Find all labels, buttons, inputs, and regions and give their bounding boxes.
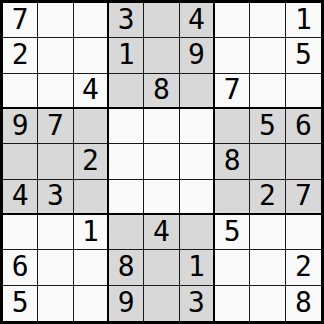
cell-r7c6[interactable] [180, 215, 215, 250]
cell-r7c5[interactable]: 4 [144, 215, 179, 250]
cell-r3c5[interactable]: 8 [144, 74, 179, 109]
cell-r9c6[interactable]: 3 [180, 286, 215, 321]
cell-r1c5[interactable] [144, 3, 179, 38]
cell-r7c8[interactable] [250, 215, 285, 250]
cell-r8c5[interactable] [144, 250, 179, 285]
cell-r5c5[interactable] [144, 144, 179, 179]
cell-r6c9[interactable]: 7 [286, 180, 321, 215]
cell-r5c6[interactable] [180, 144, 215, 179]
cell-r8c9[interactable]: 2 [286, 250, 321, 285]
cell-r5c4[interactable] [109, 144, 144, 179]
cell-r9c9[interactable]: 8 [286, 286, 321, 321]
cell-r4c3[interactable] [74, 109, 109, 144]
cell-r6c5[interactable] [144, 180, 179, 215]
cell-r3c6[interactable] [180, 74, 215, 109]
cell-r9c7[interactable] [215, 286, 250, 321]
cell-r4c6[interactable] [180, 109, 215, 144]
cell-r1c6[interactable]: 4 [180, 3, 215, 38]
cell-r8c1[interactable]: 6 [3, 250, 38, 285]
cell-r5c2[interactable] [38, 144, 73, 179]
cell-r4c4[interactable] [109, 109, 144, 144]
cell-r1c1[interactable]: 7 [3, 3, 38, 38]
cell-r7c3[interactable]: 1 [74, 215, 109, 250]
cell-r6c6[interactable] [180, 180, 215, 215]
cell-r1c7[interactable] [215, 3, 250, 38]
cell-r1c2[interactable] [38, 3, 73, 38]
cell-r9c2[interactable] [38, 286, 73, 321]
cell-r2c1[interactable]: 2 [3, 38, 38, 73]
cell-r3c2[interactable] [38, 74, 73, 109]
cell-r3c1[interactable] [3, 74, 38, 109]
cell-r8c6[interactable]: 1 [180, 250, 215, 285]
cell-r9c8[interactable] [250, 286, 285, 321]
cell-r8c2[interactable] [38, 250, 73, 285]
cell-r4c8[interactable]: 5 [250, 109, 285, 144]
cell-r3c3[interactable]: 4 [74, 74, 109, 109]
cell-r7c7[interactable]: 5 [215, 215, 250, 250]
cell-r9c4[interactable]: 9 [109, 286, 144, 321]
cell-r5c3[interactable]: 2 [74, 144, 109, 179]
cell-r4c5[interactable] [144, 109, 179, 144]
cell-r6c2[interactable]: 3 [38, 180, 73, 215]
cell-r2c2[interactable] [38, 38, 73, 73]
cell-r5c8[interactable] [250, 144, 285, 179]
cell-r9c1[interactable]: 5 [3, 286, 38, 321]
cell-r4c1[interactable]: 9 [3, 109, 38, 144]
cell-r9c5[interactable] [144, 286, 179, 321]
cell-r4c9[interactable]: 6 [286, 109, 321, 144]
cell-r2c6[interactable]: 9 [180, 38, 215, 73]
cell-r3c9[interactable] [286, 74, 321, 109]
cell-r1c8[interactable] [250, 3, 285, 38]
cell-r2c8[interactable] [250, 38, 285, 73]
cell-r4c7[interactable] [215, 109, 250, 144]
cell-r1c9[interactable]: 1 [286, 3, 321, 38]
cell-r2c4[interactable]: 1 [109, 38, 144, 73]
cell-r7c4[interactable] [109, 215, 144, 250]
cell-r6c4[interactable] [109, 180, 144, 215]
cell-r1c3[interactable] [74, 3, 109, 38]
sudoku-board: 73412195487975628432714568125938 [0, 0, 324, 324]
cell-r8c7[interactable] [215, 250, 250, 285]
cell-r6c3[interactable] [74, 180, 109, 215]
cell-r8c8[interactable] [250, 250, 285, 285]
cell-r7c9[interactable] [286, 215, 321, 250]
cell-r4c2[interactable]: 7 [38, 109, 73, 144]
cell-r6c7[interactable] [215, 180, 250, 215]
cell-r2c3[interactable] [74, 38, 109, 73]
cell-r5c1[interactable] [3, 144, 38, 179]
cell-r3c8[interactable] [250, 74, 285, 109]
cell-r3c7[interactable]: 7 [215, 74, 250, 109]
cell-r7c2[interactable] [38, 215, 73, 250]
cell-r5c9[interactable] [286, 144, 321, 179]
cell-r7c1[interactable] [3, 215, 38, 250]
cell-r9c3[interactable] [74, 286, 109, 321]
cell-r3c4[interactable] [109, 74, 144, 109]
cell-r6c1[interactable]: 4 [3, 180, 38, 215]
cell-r8c4[interactable]: 8 [109, 250, 144, 285]
cell-r2c9[interactable]: 5 [286, 38, 321, 73]
cell-r2c5[interactable] [144, 38, 179, 73]
cell-r6c8[interactable]: 2 [250, 180, 285, 215]
cell-r5c7[interactable]: 8 [215, 144, 250, 179]
cell-r1c4[interactable]: 3 [109, 3, 144, 38]
cell-r8c3[interactable] [74, 250, 109, 285]
cell-r2c7[interactable] [215, 38, 250, 73]
